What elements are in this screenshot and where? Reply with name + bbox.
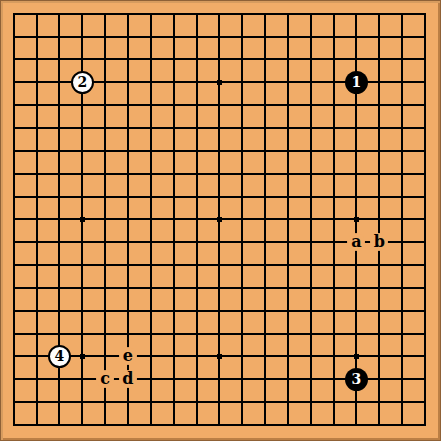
grid-line-horizontal xyxy=(13,333,426,335)
grid-line-vertical xyxy=(378,13,380,426)
star-point xyxy=(354,217,359,222)
grid-line-vertical xyxy=(287,13,289,426)
star-point xyxy=(354,354,359,359)
point-label-e: e xyxy=(119,347,137,365)
star-point xyxy=(217,354,222,359)
grid-line-horizontal xyxy=(13,264,426,266)
white-stone-4: 4 xyxy=(48,345,71,368)
point-label-a: a xyxy=(347,233,365,251)
grid-line-horizontal xyxy=(13,401,426,403)
star-point xyxy=(217,80,222,85)
grid-line-vertical xyxy=(401,13,403,426)
grid-line-vertical xyxy=(310,13,312,426)
go-board: abcde1234 xyxy=(0,0,441,441)
star-point xyxy=(80,354,85,359)
grid-line-vertical xyxy=(264,13,266,426)
black-stone-1: 1 xyxy=(345,71,368,94)
grid-line-horizontal xyxy=(13,287,426,289)
grid-line-horizontal xyxy=(13,310,426,312)
point-label-d: d xyxy=(119,370,137,388)
point-label-b: b xyxy=(370,233,388,251)
point-label-c: c xyxy=(96,370,114,388)
black-stone-3: 3 xyxy=(345,368,368,391)
grid-line-vertical xyxy=(241,13,243,426)
star-point xyxy=(80,217,85,222)
grid-line-vertical xyxy=(333,13,335,426)
star-point xyxy=(217,217,222,222)
grid-line-vertical xyxy=(424,13,426,426)
grid-line-horizontal xyxy=(13,424,426,426)
white-stone-2: 2 xyxy=(71,71,94,94)
